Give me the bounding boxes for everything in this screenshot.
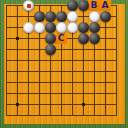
black-stone — [100, 11, 111, 22]
white-stone — [23, 0, 34, 11]
answer-label-A[interactable]: A — [99, 0, 111, 11]
black-stone — [56, 11, 67, 22]
black-stone — [67, 0, 78, 11]
grid-line-horizontal — [6, 82, 117, 83]
grid-line-horizontal — [6, 71, 117, 72]
white-stone — [67, 11, 78, 22]
grid-line-horizontal — [6, 93, 117, 94]
black-stone — [89, 22, 100, 33]
grid-line-horizontal — [6, 115, 117, 116]
grid-line-vertical — [116, 5, 117, 116]
black-stone — [45, 33, 56, 44]
black-stone — [34, 11, 45, 22]
white-stone — [34, 22, 45, 33]
black-stone — [78, 0, 89, 11]
black-stone — [78, 33, 89, 44]
star-point — [16, 37, 19, 40]
black-stone — [45, 22, 56, 33]
answer-label-C[interactable]: C — [55, 33, 67, 44]
star-point — [16, 103, 19, 106]
white-stone — [56, 22, 67, 33]
white-stone — [89, 11, 100, 22]
black-stone — [89, 33, 100, 44]
last-move-marker-icon — [27, 4, 31, 8]
white-stone — [67, 22, 78, 33]
black-stone — [78, 22, 89, 33]
white-stone — [23, 22, 34, 33]
star-point — [82, 103, 85, 106]
grid-line-horizontal — [6, 104, 117, 105]
black-stone — [45, 11, 56, 22]
go-problem-screenshot: BAC — [0, 0, 128, 128]
black-stone — [45, 44, 56, 55]
go-board[interactable]: BAC — [4, 4, 125, 124]
